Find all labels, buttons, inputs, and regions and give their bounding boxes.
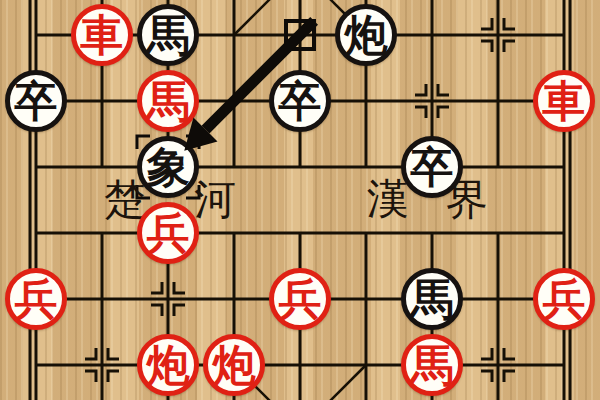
piece-red-horse[interactable]: 馬 xyxy=(401,334,463,396)
piece-black-horse[interactable]: 馬 xyxy=(137,4,199,66)
point-marker xyxy=(85,371,96,382)
piece-red-chariot[interactable]: 車 xyxy=(71,4,133,66)
point-marker xyxy=(504,18,515,29)
point-marker xyxy=(415,84,426,95)
river-label-he: 河 xyxy=(194,179,236,221)
piece-red-soldier[interactable]: 兵 xyxy=(269,268,331,330)
point-marker xyxy=(481,41,492,52)
piece-red-horse[interactable]: 馬 xyxy=(137,70,199,132)
piece-red-chariot[interactable]: 車 xyxy=(533,70,595,132)
point-marker xyxy=(151,305,162,316)
point-marker xyxy=(85,348,96,359)
piece-black-cannon[interactable]: 炮 xyxy=(335,4,397,66)
point-marker xyxy=(481,348,492,359)
point-marker xyxy=(174,305,185,316)
point-marker xyxy=(481,371,492,382)
piece-red-cannon[interactable]: 炮 xyxy=(203,334,265,396)
point-marker xyxy=(174,282,185,293)
piece-red-soldier[interactable]: 兵 xyxy=(137,202,199,264)
point-marker xyxy=(108,348,119,359)
xiangqi-board: 楚 河 漢 界 車馬炮卒馬卒車象卒兵兵兵馬兵炮炮馬 xyxy=(0,0,600,400)
river-label-chu: 楚 xyxy=(104,179,146,221)
piece-black-soldier[interactable]: 卒 xyxy=(401,136,463,198)
point-marker xyxy=(438,84,449,95)
point-marker xyxy=(415,107,426,118)
piece-red-soldier[interactable]: 兵 xyxy=(5,268,67,330)
piece-red-soldier[interactable]: 兵 xyxy=(533,268,595,330)
piece-red-cannon[interactable]: 炮 xyxy=(137,334,199,396)
piece-black-elephant[interactable]: 象 xyxy=(137,136,199,198)
point-marker xyxy=(151,282,162,293)
point-marker xyxy=(504,41,515,52)
point-marker xyxy=(504,348,515,359)
piece-black-soldier[interactable]: 卒 xyxy=(5,70,67,132)
point-marker xyxy=(438,107,449,118)
point-marker xyxy=(504,371,515,382)
point-marker xyxy=(108,371,119,382)
point-marker xyxy=(481,18,492,29)
piece-black-horse[interactable]: 馬 xyxy=(401,268,463,330)
piece-black-soldier[interactable]: 卒 xyxy=(269,70,331,132)
river-label-han: 漢 xyxy=(367,178,409,220)
